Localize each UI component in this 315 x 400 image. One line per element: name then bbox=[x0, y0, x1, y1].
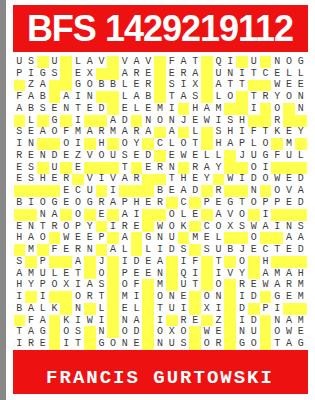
grid-cell: A bbox=[283, 268, 295, 280]
grid-cell: D bbox=[96, 103, 108, 115]
grid-cell: O bbox=[37, 197, 49, 209]
grid-cell-blocked bbox=[84, 138, 96, 150]
grid-cell: O bbox=[260, 138, 272, 150]
grid-cell-blocked bbox=[224, 256, 236, 268]
grid-cell: S bbox=[25, 162, 37, 174]
grid-cell: A bbox=[283, 315, 295, 327]
grid-cell: A bbox=[154, 256, 166, 268]
grid-cell: I bbox=[260, 209, 272, 221]
grid-cell: L bbox=[131, 303, 143, 315]
grid-cell-blocked bbox=[224, 326, 236, 338]
grid-cell-blocked bbox=[84, 162, 96, 174]
grid-cell-blocked bbox=[224, 150, 236, 162]
grid-cell: L bbox=[142, 244, 154, 256]
grid-cell: O bbox=[271, 103, 283, 115]
grid-cell-blocked bbox=[283, 303, 295, 315]
grid-cell: I bbox=[248, 103, 260, 115]
grid-cell: A bbox=[131, 315, 143, 327]
grid-cell-blocked bbox=[154, 174, 166, 186]
grid-cell: N bbox=[37, 209, 49, 221]
grid-cell-blocked bbox=[107, 91, 119, 103]
grid-cell: O bbox=[224, 91, 236, 103]
grid-cell: D bbox=[248, 174, 260, 186]
grid-cell-blocked bbox=[260, 115, 272, 127]
grid-cell: A bbox=[60, 91, 72, 103]
grid-cell: N bbox=[142, 115, 154, 127]
grid-cell: F bbox=[60, 127, 72, 139]
grid-cell: V bbox=[224, 209, 236, 221]
grid-cell: U bbox=[14, 56, 26, 68]
grid-cell: O bbox=[248, 197, 260, 209]
grid-cell: E bbox=[142, 162, 154, 174]
grid-cell: R bbox=[131, 68, 143, 80]
grid-cell-blocked bbox=[260, 232, 272, 244]
grid-cell: O bbox=[154, 326, 166, 338]
grid-cell: A bbox=[119, 127, 131, 139]
grid-cell: A bbox=[178, 91, 190, 103]
grid-cell: J bbox=[96, 256, 108, 268]
grid-cell: A bbox=[213, 209, 225, 221]
grid-cell: R bbox=[213, 185, 225, 197]
grid-cell-blocked bbox=[107, 138, 119, 150]
grid-cell-blocked bbox=[49, 185, 61, 197]
grid-cell: W bbox=[84, 315, 96, 327]
grid-cell-blocked bbox=[271, 209, 283, 221]
grid-cell: P bbox=[271, 197, 283, 209]
grid-cell-blocked bbox=[166, 279, 178, 291]
grid-cell: L bbox=[213, 150, 225, 162]
grid-cell: S bbox=[14, 127, 26, 139]
grid-cell-blocked bbox=[84, 256, 96, 268]
grid-cell-blocked bbox=[96, 68, 108, 80]
grid-cell: B bbox=[14, 303, 26, 315]
grid-cell: R bbox=[271, 115, 283, 127]
grid-cell: O bbox=[72, 197, 84, 209]
grid-cell: S bbox=[178, 244, 190, 256]
grid-cell-blocked bbox=[213, 174, 225, 186]
grid-cell-blocked bbox=[201, 315, 213, 327]
grid-cell-blocked bbox=[60, 68, 72, 80]
grid-cell: S bbox=[201, 244, 213, 256]
grid-cell: M bbox=[72, 127, 84, 139]
book-cover: BFS 1429219112 USULAVVAVFATQIUNOGPIGSEXA… bbox=[6, 0, 315, 400]
grid-cell: E bbox=[142, 68, 154, 80]
grid-cell: G bbox=[49, 115, 61, 127]
grid-cell: R bbox=[283, 279, 295, 291]
grid-cell: M bbox=[271, 268, 283, 280]
grid-cell-blocked bbox=[49, 315, 61, 327]
grid-cell: S bbox=[295, 221, 307, 233]
grid-cell-blocked bbox=[189, 197, 201, 209]
grid-cell-blocked bbox=[283, 103, 295, 115]
grid-cell: G bbox=[260, 150, 272, 162]
grid-cell: T bbox=[189, 138, 201, 150]
grid-cell: Q bbox=[213, 56, 225, 68]
grid-cell: V bbox=[119, 56, 131, 68]
grid-cell: I bbox=[154, 315, 166, 327]
grid-cell-blocked bbox=[14, 185, 26, 197]
grid-cell: A bbox=[107, 115, 119, 127]
grid-cell-blocked bbox=[178, 103, 190, 115]
grid-cell: W bbox=[271, 80, 283, 92]
grid-cell: A bbox=[14, 103, 26, 115]
grid-cell: D bbox=[49, 150, 61, 162]
grid-cell: I bbox=[96, 315, 108, 327]
grid-cell: P bbox=[72, 221, 84, 233]
grid-cell: I bbox=[14, 138, 26, 150]
grid-cell-blocked bbox=[178, 232, 190, 244]
grid-cell: F bbox=[25, 315, 37, 327]
grid-cell: H bbox=[37, 174, 49, 186]
grid-cell: O bbox=[271, 326, 283, 338]
grid-cell: B bbox=[142, 91, 154, 103]
grid-cell: D bbox=[131, 326, 143, 338]
grid-cell: G bbox=[37, 68, 49, 80]
grid-cell: M bbox=[154, 279, 166, 291]
grid-cell: J bbox=[178, 115, 190, 127]
grid-cell: I bbox=[72, 91, 84, 103]
grid-cell: E bbox=[283, 127, 295, 139]
grid-cell-blocked bbox=[25, 291, 37, 303]
grid-cell: S bbox=[37, 103, 49, 115]
grid-cell: O bbox=[60, 138, 72, 150]
grid-cell-blocked bbox=[142, 221, 154, 233]
grid-cell: A bbox=[25, 91, 37, 103]
grid-cell-blocked bbox=[107, 303, 119, 315]
grid-cell-blocked bbox=[96, 115, 108, 127]
grid-cell-blocked bbox=[154, 91, 166, 103]
grid-cell-blocked bbox=[60, 209, 72, 221]
grid-cell: I bbox=[166, 103, 178, 115]
grid-cell: E bbox=[295, 80, 307, 92]
grid-cell-blocked bbox=[142, 326, 154, 338]
grid-cell-blocked bbox=[60, 303, 72, 315]
grid-cell: O bbox=[154, 115, 166, 127]
grid-cell-blocked bbox=[295, 138, 307, 150]
grid-cell: R bbox=[178, 68, 190, 80]
grid-cell: W bbox=[260, 279, 272, 291]
grid-cell: A bbox=[49, 209, 61, 221]
grid-cell-blocked bbox=[236, 56, 248, 68]
grid-cell: A bbox=[107, 197, 119, 209]
grid-cell: O bbox=[49, 279, 61, 291]
grid-cell: E bbox=[131, 268, 143, 280]
grid-cell-blocked bbox=[60, 80, 72, 92]
grid-cell: U bbox=[49, 56, 61, 68]
grid-cell: O bbox=[260, 174, 272, 186]
grid-cell-blocked bbox=[166, 256, 178, 268]
grid-cell: C bbox=[201, 221, 213, 233]
grid-cell: A bbox=[201, 103, 213, 115]
title-banner: BFS 1429219112 bbox=[13, 5, 308, 52]
grid-cell: U bbox=[37, 268, 49, 280]
grid-cell: N bbox=[119, 315, 131, 327]
grid-cell: T bbox=[154, 303, 166, 315]
grid-cell: E bbox=[271, 68, 283, 80]
grid-cell: A bbox=[37, 80, 49, 92]
grid-cell: O bbox=[178, 138, 190, 150]
grid-cell: H bbox=[131, 197, 143, 209]
grid-cell-blocked bbox=[107, 279, 119, 291]
grid-cell-blocked bbox=[295, 115, 307, 127]
grid-cell: O bbox=[213, 221, 225, 233]
grid-cell: K bbox=[49, 303, 61, 315]
grid-cell-blocked bbox=[248, 256, 260, 268]
grid-cell-blocked bbox=[107, 68, 119, 80]
grid-cell-blocked bbox=[201, 91, 213, 103]
grid-cell: N bbox=[166, 162, 178, 174]
grid-cell: R bbox=[84, 291, 96, 303]
grid-cell: R bbox=[189, 162, 201, 174]
grid-cell-blocked bbox=[178, 127, 190, 139]
grid-cell-blocked bbox=[49, 291, 61, 303]
grid-cell-blocked bbox=[260, 80, 272, 92]
grid-cell: S bbox=[25, 174, 37, 186]
grid-cell: G bbox=[271, 291, 283, 303]
grid-cell-blocked bbox=[25, 185, 37, 197]
grid-cell: I bbox=[72, 315, 84, 327]
grid-cell-blocked bbox=[60, 115, 72, 127]
grid-cell: M bbox=[295, 291, 307, 303]
grid-cell: I bbox=[60, 338, 72, 350]
grid-cell-blocked bbox=[154, 209, 166, 221]
grid-cell: F bbox=[14, 91, 26, 103]
grid-cell: H bbox=[295, 268, 307, 280]
grid-cell-blocked bbox=[49, 338, 61, 350]
grid-cell: I bbox=[119, 256, 131, 268]
grid-cell: T bbox=[166, 91, 178, 103]
grid-cell-blocked bbox=[189, 303, 201, 315]
grid-cell: H bbox=[224, 127, 236, 139]
grid-cell: I bbox=[213, 268, 225, 280]
grid-cell: S bbox=[178, 338, 190, 350]
grid-cell-blocked bbox=[49, 138, 61, 150]
grid-cell-blocked bbox=[224, 185, 236, 197]
grid-cell: W bbox=[283, 326, 295, 338]
grid-cell-blocked bbox=[60, 162, 72, 174]
grid-cell-blocked bbox=[295, 303, 307, 315]
grid-cell: I bbox=[236, 174, 248, 186]
grid-cell: J bbox=[236, 150, 248, 162]
grid-cell-blocked bbox=[107, 103, 119, 115]
grid-cell-blocked bbox=[142, 138, 154, 150]
grid-cell: I bbox=[271, 303, 283, 315]
grid-cell-blocked bbox=[154, 150, 166, 162]
grid-cell: A bbox=[37, 127, 49, 139]
grid-cell: E bbox=[119, 103, 131, 115]
grid-cell: D bbox=[119, 115, 131, 127]
grid-cell: S bbox=[96, 279, 108, 291]
grid-cell: R bbox=[96, 197, 108, 209]
grid-cell: U bbox=[166, 232, 178, 244]
grid-cell: M bbox=[295, 315, 307, 327]
grid-cell-blocked bbox=[60, 291, 72, 303]
grid-cell: T bbox=[271, 338, 283, 350]
grid-cell: V bbox=[84, 150, 96, 162]
grid-cell: I bbox=[107, 185, 119, 197]
grid-cell: U bbox=[248, 326, 260, 338]
grid-cell: E bbox=[189, 209, 201, 221]
grid-cell: G bbox=[224, 197, 236, 209]
grid-cell: D bbox=[295, 174, 307, 186]
grid-cell: L bbox=[283, 68, 295, 80]
grid-cell-blocked bbox=[271, 232, 283, 244]
grid-cell: H bbox=[213, 138, 225, 150]
grid-cell: D bbox=[189, 185, 201, 197]
grid-cell: I bbox=[14, 291, 26, 303]
grid-cell: O bbox=[271, 185, 283, 197]
grid-cell: E bbox=[60, 185, 72, 197]
grid-cell: A bbox=[189, 68, 201, 80]
grid-cell-blocked bbox=[154, 80, 166, 92]
grid-cell: P bbox=[236, 138, 248, 150]
grid-cell: E bbox=[295, 326, 307, 338]
grid-cell: O bbox=[72, 209, 84, 221]
grid-cell-blocked bbox=[283, 209, 295, 221]
grid-cell: N bbox=[213, 291, 225, 303]
grid-cell: A bbox=[119, 174, 131, 186]
grid-cell-blocked bbox=[260, 56, 272, 68]
grid-cell-blocked bbox=[107, 315, 119, 327]
grid-cell: T bbox=[189, 279, 201, 291]
grid-cell-blocked bbox=[96, 91, 108, 103]
grid-cell: O bbox=[166, 221, 178, 233]
grid-cell-blocked bbox=[142, 209, 154, 221]
grid-cell: E bbox=[96, 209, 108, 221]
grid-cell: O bbox=[107, 338, 119, 350]
grid-cell-blocked bbox=[189, 291, 201, 303]
grid-cell-blocked bbox=[201, 138, 213, 150]
grid-cell: I bbox=[96, 174, 108, 186]
grid-cell: E bbox=[131, 221, 143, 233]
grid-cell: V bbox=[283, 185, 295, 197]
grid-cell: F bbox=[248, 127, 260, 139]
grid-cell: T bbox=[213, 256, 225, 268]
grid-cell: R bbox=[14, 150, 26, 162]
grid-cell-blocked bbox=[119, 185, 131, 197]
grid-cell-blocked bbox=[201, 279, 213, 291]
grid-cell: E bbox=[213, 197, 225, 209]
grid-cell-blocked bbox=[189, 338, 201, 350]
grid-cell: T bbox=[37, 221, 49, 233]
grid-cell-blocked bbox=[37, 185, 49, 197]
grid-cell: A bbox=[37, 315, 49, 327]
puzzle-grid: USULAVVAVFATQIUNOGPIGSEXAREERAUNITCELLZA… bbox=[14, 56, 307, 350]
grid-cell-blocked bbox=[224, 232, 236, 244]
grid-cell: I bbox=[271, 221, 283, 233]
grid-cell: A bbox=[283, 232, 295, 244]
grid-cell: Y bbox=[131, 138, 143, 150]
grid-cell: A bbox=[178, 185, 190, 197]
grid-cell: A bbox=[131, 91, 143, 103]
grid-cell: Y bbox=[236, 268, 248, 280]
grid-cell: E bbox=[25, 127, 37, 139]
grid-cell: U bbox=[248, 150, 260, 162]
grid-cell: E bbox=[131, 338, 143, 350]
grid-cell: T bbox=[166, 174, 178, 186]
grid-cell: E bbox=[189, 315, 201, 327]
grid-cell-blocked bbox=[84, 326, 96, 338]
grid-cell: W bbox=[224, 174, 236, 186]
grid-cell: U bbox=[166, 303, 178, 315]
grid-cell: N bbox=[25, 221, 37, 233]
grid-cell: U bbox=[248, 56, 260, 68]
grid-cell-blocked bbox=[201, 127, 213, 139]
grid-cell: S bbox=[72, 326, 84, 338]
grid-cell: I bbox=[37, 291, 49, 303]
grid-cell-blocked bbox=[131, 162, 143, 174]
grid-cell-blocked bbox=[142, 315, 154, 327]
grid-cell-blocked bbox=[84, 268, 96, 280]
grid-cell-blocked bbox=[224, 291, 236, 303]
grid-cell-blocked bbox=[14, 80, 26, 92]
grid-cell-blocked bbox=[142, 303, 154, 315]
grid-cell: N bbox=[295, 91, 307, 103]
grid-cell-blocked bbox=[283, 115, 295, 127]
grid-cell-blocked bbox=[49, 80, 61, 92]
grid-cell-blocked bbox=[25, 209, 37, 221]
grid-cell: Y bbox=[271, 91, 283, 103]
grid-cell-blocked bbox=[142, 279, 154, 291]
grid-cell: D bbox=[295, 197, 307, 209]
grid-cell-blocked bbox=[49, 232, 61, 244]
grid-cell: H bbox=[178, 174, 190, 186]
grid-cell: D bbox=[248, 315, 260, 327]
grid-cell: R bbox=[96, 127, 108, 139]
grid-cell-blocked bbox=[236, 103, 248, 115]
grid-cell: H bbox=[189, 103, 201, 115]
grid-cell: E bbox=[178, 291, 190, 303]
grid-cell: A bbox=[131, 56, 143, 68]
grid-cell: N bbox=[154, 338, 166, 350]
grid-cell: S bbox=[14, 256, 26, 268]
grid-cell: O bbox=[213, 279, 225, 291]
grid-cell: B bbox=[224, 244, 236, 256]
grid-cell: E bbox=[14, 174, 26, 186]
grid-cell: N bbox=[295, 103, 307, 115]
grid-cell: H bbox=[14, 279, 26, 291]
grid-cell: S bbox=[189, 91, 201, 103]
grid-cell-blocked bbox=[142, 338, 154, 350]
grid-cell: O bbox=[166, 209, 178, 221]
grid-cell: I bbox=[236, 68, 248, 80]
grid-cell: H bbox=[236, 115, 248, 127]
grid-cell: L bbox=[37, 303, 49, 315]
grid-cell: L bbox=[295, 150, 307, 162]
grid-cell: G bbox=[96, 338, 108, 350]
grid-cell-blocked bbox=[107, 326, 119, 338]
grid-cell: W bbox=[60, 232, 72, 244]
grid-cell: F bbox=[166, 56, 178, 68]
grid-cell-blocked bbox=[49, 326, 61, 338]
grid-cell: K bbox=[60, 315, 72, 327]
grid-cell: L bbox=[49, 268, 61, 280]
grid-cell: H bbox=[260, 256, 272, 268]
grid-cell-blocked bbox=[248, 303, 260, 315]
grid-cell-blocked bbox=[37, 138, 49, 150]
grid-cell: Z bbox=[213, 315, 225, 327]
grid-cell: E bbox=[84, 232, 96, 244]
grid-cell: E bbox=[60, 244, 72, 256]
grid-cell-blocked bbox=[96, 221, 108, 233]
grid-cell: O bbox=[119, 279, 131, 291]
grid-cell: E bbox=[201, 232, 213, 244]
grid-cell: N bbox=[37, 150, 49, 162]
grid-cell-blocked bbox=[260, 326, 272, 338]
grid-cell-blocked bbox=[224, 303, 236, 315]
grid-cell: A bbox=[25, 303, 37, 315]
grid-cell: O bbox=[154, 291, 166, 303]
